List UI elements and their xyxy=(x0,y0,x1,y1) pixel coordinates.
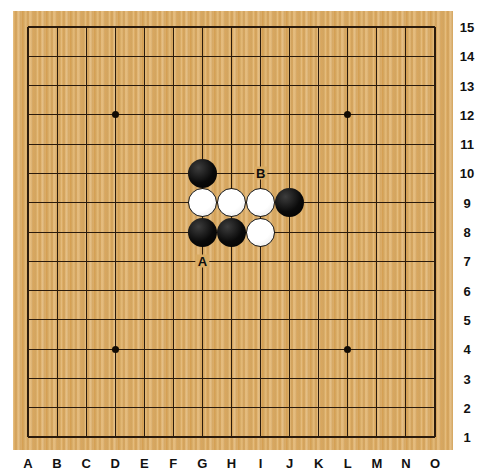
point-C14[interactable] xyxy=(72,42,101,71)
point-H1[interactable] xyxy=(217,422,246,451)
point-M6[interactable] xyxy=(362,276,391,305)
point-H12[interactable] xyxy=(217,100,246,129)
point-N2[interactable] xyxy=(391,393,420,422)
point-L5[interactable] xyxy=(333,305,362,334)
point-N4[interactable] xyxy=(391,335,420,364)
point-I13[interactable] xyxy=(246,71,275,100)
point-M15[interactable] xyxy=(362,12,391,41)
grid-line-v xyxy=(289,27,290,42)
point-H15[interactable] xyxy=(217,12,246,41)
grid-line-v xyxy=(405,305,406,334)
point-C2[interactable] xyxy=(72,393,101,422)
column-label-I: I xyxy=(259,456,263,471)
point-A9[interactable] xyxy=(14,188,43,217)
point-E2[interactable] xyxy=(130,393,159,422)
point-D9[interactable] xyxy=(101,188,130,217)
point-C1[interactable] xyxy=(72,422,101,451)
point-B12[interactable] xyxy=(43,100,72,129)
point-J7[interactable] xyxy=(275,247,304,276)
grid-line-h xyxy=(28,26,43,28)
point-F11[interactable] xyxy=(159,129,188,158)
point-B11[interactable] xyxy=(43,129,72,158)
grid-line-v xyxy=(318,100,319,129)
point-B15[interactable] xyxy=(43,12,72,41)
grid-line-v xyxy=(57,217,58,246)
point-K7[interactable] xyxy=(304,247,333,276)
point-A15[interactable] xyxy=(14,12,43,41)
grid-line-v xyxy=(347,71,348,100)
point-H2[interactable] xyxy=(217,393,246,422)
point-G1[interactable] xyxy=(188,422,217,451)
point-E11[interactable] xyxy=(130,129,159,158)
point-A3[interactable] xyxy=(14,364,43,393)
point-D2[interactable] xyxy=(101,393,130,422)
point-N1[interactable] xyxy=(391,422,420,451)
point-J8[interactable] xyxy=(275,217,304,246)
point-E5[interactable] xyxy=(130,305,159,334)
point-K13[interactable] xyxy=(304,71,333,100)
black-stone-H8[interactable] xyxy=(217,218,246,247)
point-N8[interactable] xyxy=(391,217,420,246)
grid-line-v xyxy=(434,305,436,334)
grid-line-v xyxy=(376,247,377,276)
grid-line-v xyxy=(173,276,174,305)
point-B4[interactable] xyxy=(43,335,72,364)
column-label-F: F xyxy=(169,456,177,471)
point-I5[interactable] xyxy=(246,305,275,334)
point-J5[interactable] xyxy=(275,305,304,334)
point-C15[interactable] xyxy=(72,12,101,41)
point-F12[interactable] xyxy=(159,100,188,129)
point-N13[interactable] xyxy=(391,71,420,100)
point-M7[interactable] xyxy=(362,247,391,276)
point-C6[interactable] xyxy=(72,276,101,305)
grid-line-v xyxy=(318,159,319,188)
grid-line-v xyxy=(57,276,58,305)
point-K9[interactable] xyxy=(304,188,333,217)
point-J12[interactable] xyxy=(275,100,304,129)
grid-line-v xyxy=(173,393,174,422)
point-E7[interactable] xyxy=(130,247,159,276)
point-M11[interactable] xyxy=(362,129,391,158)
point-L9[interactable] xyxy=(333,188,362,217)
point-H4[interactable] xyxy=(217,335,246,364)
point-I3[interactable] xyxy=(246,364,275,393)
point-B9[interactable] xyxy=(43,188,72,217)
point-G4[interactable] xyxy=(188,335,217,364)
point-I2[interactable] xyxy=(246,393,275,422)
point-F1[interactable] xyxy=(159,422,188,451)
point-J13[interactable] xyxy=(275,71,304,100)
point-G12[interactable] xyxy=(188,100,217,129)
point-B7[interactable] xyxy=(43,247,72,276)
point-E4[interactable] xyxy=(130,335,159,364)
grid-line-v xyxy=(202,364,203,393)
grid-line-v xyxy=(173,27,174,42)
point-J4[interactable] xyxy=(275,335,304,364)
point-E13[interactable] xyxy=(130,71,159,100)
grid-line-v xyxy=(289,71,290,100)
grid-line-h xyxy=(420,85,435,86)
point-M9[interactable] xyxy=(362,188,391,217)
column-label-G: G xyxy=(197,456,207,471)
point-L3[interactable] xyxy=(333,364,362,393)
point-D8[interactable] xyxy=(101,217,130,246)
point-L8[interactable] xyxy=(333,217,362,246)
grid-line-v xyxy=(202,422,203,437)
grid-line-v xyxy=(434,217,436,246)
point-C8[interactable] xyxy=(72,217,101,246)
point-I4[interactable] xyxy=(246,335,275,364)
point-N14[interactable] xyxy=(391,42,420,71)
point-F6[interactable] xyxy=(159,276,188,305)
point-H6[interactable] xyxy=(217,276,246,305)
point-E8[interactable] xyxy=(130,217,159,246)
row-label-4: 4 xyxy=(463,342,470,357)
grid-line-v xyxy=(260,422,261,437)
point-O12[interactable] xyxy=(420,100,449,129)
point-C12[interactable] xyxy=(72,100,101,129)
point-J14[interactable] xyxy=(275,42,304,71)
point-D1[interactable] xyxy=(101,422,130,451)
point-B13[interactable] xyxy=(43,71,72,100)
grid-line-v xyxy=(318,364,319,393)
point-N5[interactable] xyxy=(391,305,420,334)
point-A11[interactable] xyxy=(14,129,43,158)
point-F4[interactable] xyxy=(159,335,188,364)
point-O9[interactable] xyxy=(420,188,449,217)
star-point-L4 xyxy=(344,346,351,353)
grid-line-v xyxy=(260,305,261,334)
point-I14[interactable] xyxy=(246,42,275,71)
point-B2[interactable] xyxy=(43,393,72,422)
point-G14[interactable] xyxy=(188,42,217,71)
point-J6[interactable] xyxy=(275,276,304,305)
point-G3[interactable] xyxy=(188,364,217,393)
grid-line-v xyxy=(144,276,145,305)
point-A10[interactable] xyxy=(14,159,43,188)
point-N15[interactable] xyxy=(391,12,420,41)
point-J15[interactable] xyxy=(275,12,304,41)
point-J3[interactable] xyxy=(275,364,304,393)
grid-line-v xyxy=(376,217,377,246)
black-stone-G10[interactable] xyxy=(188,159,217,188)
point-M1[interactable] xyxy=(362,422,391,451)
grid-line-v xyxy=(173,100,174,129)
white-stone-G9[interactable] xyxy=(188,188,217,217)
point-C7[interactable] xyxy=(72,247,101,276)
grid-line-v xyxy=(115,393,116,422)
point-B1[interactable] xyxy=(43,422,72,451)
point-H5[interactable] xyxy=(217,305,246,334)
point-O6[interactable] xyxy=(420,276,449,305)
grid-line-v xyxy=(57,247,58,276)
black-stone-G8[interactable] xyxy=(188,218,217,247)
point-F14[interactable] xyxy=(159,42,188,71)
grid-line-v xyxy=(347,129,348,158)
grid-line-v xyxy=(347,305,348,334)
point-D7[interactable] xyxy=(101,247,130,276)
point-N11[interactable] xyxy=(391,129,420,158)
point-L11[interactable] xyxy=(333,129,362,158)
point-M5[interactable] xyxy=(362,305,391,334)
point-E14[interactable] xyxy=(130,42,159,71)
point-N10[interactable] xyxy=(391,159,420,188)
point-B10[interactable] xyxy=(43,159,72,188)
grid-line-v xyxy=(318,27,319,42)
grid-line-h xyxy=(28,173,43,174)
point-N3[interactable] xyxy=(391,364,420,393)
point-M13[interactable] xyxy=(362,71,391,100)
point-B3[interactable] xyxy=(43,364,72,393)
point-E1[interactable] xyxy=(130,422,159,451)
point-I12[interactable] xyxy=(246,100,275,129)
point-H14[interactable] xyxy=(217,42,246,71)
point-K6[interactable] xyxy=(304,276,333,305)
point-F8[interactable] xyxy=(159,217,188,246)
point-D5[interactable] xyxy=(101,305,130,334)
point-D3[interactable] xyxy=(101,364,130,393)
point-K3[interactable] xyxy=(304,364,333,393)
point-K2[interactable] xyxy=(304,393,333,422)
point-A4[interactable] xyxy=(14,335,43,364)
grid-line-v xyxy=(27,217,29,246)
point-C10[interactable] xyxy=(72,159,101,188)
point-M4[interactable] xyxy=(362,335,391,364)
grid-line-v xyxy=(173,159,174,188)
point-L14[interactable] xyxy=(333,42,362,71)
point-O8[interactable] xyxy=(420,217,449,246)
point-B8[interactable] xyxy=(43,217,72,246)
grid-line-v xyxy=(405,335,406,364)
column-label-J: J xyxy=(286,456,293,471)
point-A7[interactable] xyxy=(14,247,43,276)
grid-line-v xyxy=(115,305,116,334)
point-A13[interactable] xyxy=(14,71,43,100)
point-E15[interactable] xyxy=(130,12,159,41)
grid-line-v xyxy=(289,159,290,188)
point-O3[interactable] xyxy=(420,364,449,393)
grid-line-v xyxy=(27,276,29,305)
point-F13[interactable] xyxy=(159,71,188,100)
grid-line-v xyxy=(57,188,58,217)
point-N7[interactable] xyxy=(391,247,420,276)
point-C11[interactable] xyxy=(72,129,101,158)
point-F9[interactable] xyxy=(159,188,188,217)
point-O10[interactable] xyxy=(420,159,449,188)
grid-line-v xyxy=(173,364,174,393)
point-L7[interactable] xyxy=(333,247,362,276)
point-G2[interactable] xyxy=(188,393,217,422)
point-I11[interactable] xyxy=(246,129,275,158)
point-O7[interactable] xyxy=(420,247,449,276)
point-I1[interactable] xyxy=(246,422,275,451)
point-G15[interactable] xyxy=(188,12,217,41)
point-E6[interactable] xyxy=(130,276,159,305)
point-H3[interactable] xyxy=(217,364,246,393)
point-E9[interactable] xyxy=(130,188,159,217)
point-D13[interactable] xyxy=(101,71,130,100)
grid-line-v xyxy=(405,276,406,305)
point-G13[interactable] xyxy=(188,71,217,100)
grid-line-v xyxy=(376,364,377,393)
row-label-10: 10 xyxy=(460,166,474,181)
point-H10[interactable] xyxy=(217,159,246,188)
point-A6[interactable] xyxy=(14,276,43,305)
grid-line-v xyxy=(231,100,232,129)
grid-line-v xyxy=(405,393,406,422)
point-H13[interactable] xyxy=(217,71,246,100)
point-O4[interactable] xyxy=(420,335,449,364)
grid-line-v xyxy=(115,247,116,276)
point-H11[interactable] xyxy=(217,129,246,158)
point-B14[interactable] xyxy=(43,42,72,71)
point-O11[interactable] xyxy=(420,129,449,158)
point-F2[interactable] xyxy=(159,393,188,422)
point-O1[interactable] xyxy=(420,422,449,451)
point-B6[interactable] xyxy=(43,276,72,305)
point-A8[interactable] xyxy=(14,217,43,246)
point-G5[interactable] xyxy=(188,305,217,334)
grid-line-v xyxy=(86,159,87,188)
grid-line-h xyxy=(420,407,435,408)
point-M2[interactable] xyxy=(362,393,391,422)
grid-line-v xyxy=(115,129,116,158)
point-M8[interactable] xyxy=(362,217,391,246)
grid-line-v xyxy=(144,393,145,422)
grid-line-v xyxy=(144,42,145,71)
point-A14[interactable] xyxy=(14,42,43,71)
point-O14[interactable] xyxy=(420,42,449,71)
point-B5[interactable] xyxy=(43,305,72,334)
point-L15[interactable] xyxy=(333,12,362,41)
grid-line-v xyxy=(289,305,290,334)
grid-line-v xyxy=(144,364,145,393)
point-I6[interactable] xyxy=(246,276,275,305)
point-L10[interactable] xyxy=(333,159,362,188)
grid-line-v xyxy=(231,335,232,364)
point-K12[interactable] xyxy=(304,100,333,129)
grid-line-v xyxy=(318,247,319,276)
point-N12[interactable] xyxy=(391,100,420,129)
grid-line-h xyxy=(420,436,435,438)
point-O2[interactable] xyxy=(420,393,449,422)
grid-line-v xyxy=(86,217,87,246)
grid-line-v xyxy=(202,100,203,129)
point-F10[interactable] xyxy=(159,159,188,188)
point-D14[interactable] xyxy=(101,42,130,71)
grid-line-v xyxy=(376,27,377,42)
board-grid: AB xyxy=(14,12,450,451)
point-O5[interactable] xyxy=(420,305,449,334)
grid-line-v xyxy=(231,247,232,276)
point-M12[interactable] xyxy=(362,100,391,129)
point-O15[interactable] xyxy=(420,12,449,41)
point-M14[interactable] xyxy=(362,42,391,71)
grid-line-v xyxy=(173,129,174,158)
grid-line-v xyxy=(405,42,406,71)
point-F15[interactable] xyxy=(159,12,188,41)
grid-line-h xyxy=(28,85,43,86)
point-N9[interactable] xyxy=(391,188,420,217)
grid-line-v xyxy=(405,422,406,437)
point-K4[interactable] xyxy=(304,335,333,364)
point-H7[interactable] xyxy=(217,247,246,276)
grid-line-v xyxy=(202,42,203,71)
point-K11[interactable] xyxy=(304,129,333,158)
point-C13[interactable] xyxy=(72,71,101,100)
point-G11[interactable] xyxy=(188,129,217,158)
point-E10[interactable] xyxy=(130,159,159,188)
point-F5[interactable] xyxy=(159,305,188,334)
point-A5[interactable] xyxy=(14,305,43,334)
grid-line-v xyxy=(57,393,58,422)
grid-line-v xyxy=(144,305,145,334)
point-A12[interactable] xyxy=(14,100,43,129)
point-M3[interactable] xyxy=(362,364,391,393)
point-M10[interactable] xyxy=(362,159,391,188)
grid-line-v xyxy=(86,305,87,334)
point-J11[interactable] xyxy=(275,129,304,158)
grid-line-h xyxy=(420,114,435,115)
point-C5[interactable] xyxy=(72,305,101,334)
point-O13[interactable] xyxy=(420,71,449,100)
grid-line-v xyxy=(57,27,58,42)
grid-line-v xyxy=(347,364,348,393)
white-stone-I8[interactable] xyxy=(246,218,275,247)
point-D6[interactable] xyxy=(101,276,130,305)
point-J2[interactable] xyxy=(275,393,304,422)
grid-line-v xyxy=(347,276,348,305)
point-D10[interactable] xyxy=(101,159,130,188)
point-K8[interactable] xyxy=(304,217,333,246)
point-D11[interactable] xyxy=(101,129,130,158)
point-K5[interactable] xyxy=(304,305,333,334)
grid-line-v xyxy=(173,247,174,276)
grid-line-v xyxy=(27,71,29,100)
point-A1[interactable] xyxy=(14,422,43,451)
point-A2[interactable] xyxy=(14,393,43,422)
point-C9[interactable] xyxy=(72,188,101,217)
point-D15[interactable] xyxy=(101,12,130,41)
point-G6[interactable] xyxy=(188,276,217,305)
grid-line-v xyxy=(289,42,290,71)
point-annotation-B: B xyxy=(254,167,267,180)
point-K1[interactable] xyxy=(304,422,333,451)
point-I15[interactable] xyxy=(246,12,275,41)
point-F3[interactable] xyxy=(159,364,188,393)
point-L13[interactable] xyxy=(333,71,362,100)
point-E3[interactable] xyxy=(130,364,159,393)
point-J1[interactable] xyxy=(275,422,304,451)
point-L2[interactable] xyxy=(333,393,362,422)
point-C4[interactable] xyxy=(72,335,101,364)
point-L6[interactable] xyxy=(333,276,362,305)
grid-line-v xyxy=(115,364,116,393)
point-L1[interactable] xyxy=(333,422,362,451)
point-I7[interactable] xyxy=(246,247,275,276)
point-J10[interactable] xyxy=(275,159,304,188)
grid-line-v xyxy=(144,422,145,437)
point-K14[interactable] xyxy=(304,42,333,71)
point-C3[interactable] xyxy=(72,364,101,393)
point-E12[interactable] xyxy=(130,100,159,129)
point-N6[interactable] xyxy=(391,276,420,305)
point-K15[interactable] xyxy=(304,12,333,41)
point-F7[interactable] xyxy=(159,247,188,276)
point-K10[interactable] xyxy=(304,159,333,188)
grid-line-v xyxy=(405,71,406,100)
